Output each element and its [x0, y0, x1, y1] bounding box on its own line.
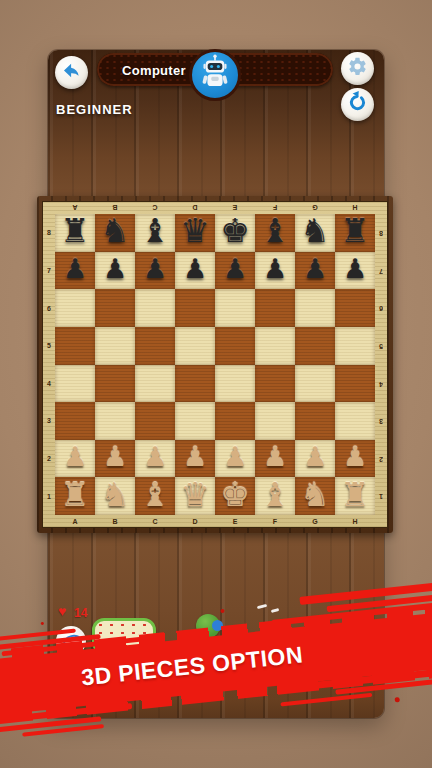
- square-c6[interactable]: [135, 289, 175, 327]
- square-d4[interactable]: [175, 365, 215, 403]
- robot-icon: [198, 54, 232, 96]
- opponent-name-label: Computer: [119, 62, 189, 77]
- file-label-g: G: [295, 515, 335, 527]
- piece-white-knight[interactable]: ♞: [300, 478, 330, 511]
- file-label-c: C: [135, 515, 175, 527]
- square-f4[interactable]: [255, 365, 295, 403]
- square-a4[interactable]: [55, 365, 95, 403]
- piece-black-king[interactable]: ♚: [220, 214, 250, 247]
- refresh-icon: [347, 92, 368, 117]
- square-f2[interactable]: ♟: [255, 440, 295, 478]
- board-corner: [43, 515, 55, 527]
- square-d3[interactable]: [175, 402, 215, 440]
- piece-white-queen[interactable]: ♛: [180, 478, 210, 511]
- square-f3[interactable]: [255, 402, 295, 440]
- square-g6[interactable]: [295, 289, 335, 327]
- square-b8[interactable]: ♞: [95, 214, 135, 252]
- rank-label-1: 1: [43, 477, 55, 515]
- square-h2[interactable]: ♟: [335, 440, 375, 478]
- square-f7[interactable]: ♟: [255, 252, 295, 290]
- piece-black-pawn[interactable]: ♟: [103, 255, 127, 282]
- piece-black-pawn[interactable]: ♟: [223, 255, 247, 282]
- square-e4[interactable]: [215, 365, 255, 403]
- square-c8[interactable]: ♝: [135, 214, 175, 252]
- square-h7[interactable]: ♟: [335, 252, 375, 290]
- back-button[interactable]: [55, 56, 88, 89]
- difficulty-label: BEGINNER: [56, 102, 133, 117]
- file-label-e: E: [215, 515, 255, 527]
- square-g4[interactable]: [295, 365, 335, 403]
- square-c4[interactable]: [135, 365, 175, 403]
- rank-label-6: 6: [375, 289, 387, 327]
- banner-band: 3D PIECES OPTION: [0, 611, 432, 717]
- square-d7[interactable]: ♟: [175, 252, 215, 290]
- piece-white-bishop[interactable]: ♝: [140, 478, 170, 511]
- rank-label-7: 7: [43, 252, 55, 290]
- board-corner: [375, 515, 387, 527]
- square-b7[interactable]: ♟: [95, 252, 135, 290]
- rank-label-4: 4: [43, 365, 55, 403]
- square-b3[interactable]: [95, 402, 135, 440]
- square-d6[interactable]: [175, 289, 215, 327]
- rank-label-2: 2: [43, 440, 55, 478]
- gear-icon: [347, 56, 368, 81]
- square-f1[interactable]: ♝: [255, 477, 295, 515]
- square-d5[interactable]: [175, 327, 215, 365]
- square-g3[interactable]: [295, 402, 335, 440]
- piece-white-pawn[interactable]: ♟: [183, 443, 207, 470]
- rank-label-3: 3: [43, 402, 55, 440]
- square-d8[interactable]: ♛: [175, 214, 215, 252]
- file-label-b: B: [95, 515, 135, 527]
- square-h4[interactable]: [335, 365, 375, 403]
- piece-black-pawn[interactable]: ♟: [303, 255, 327, 282]
- square-e6[interactable]: [215, 289, 255, 327]
- piece-black-queen[interactable]: ♛: [180, 214, 210, 247]
- piece-white-king[interactable]: ♚: [220, 478, 250, 511]
- piece-black-rook[interactable]: ♜: [340, 214, 370, 247]
- square-h3[interactable]: [335, 402, 375, 440]
- rank-label-2: 2: [375, 440, 387, 478]
- restart-button[interactable]: [341, 88, 374, 121]
- square-f5[interactable]: [255, 327, 295, 365]
- square-c2[interactable]: ♟: [135, 440, 175, 478]
- square-c7[interactable]: ♟: [135, 252, 175, 290]
- square-g1[interactable]: ♞: [295, 477, 335, 515]
- square-f8[interactable]: ♝: [255, 214, 295, 252]
- square-c1[interactable]: ♝: [135, 477, 175, 515]
- chess-board: ABCDEFGH8♜♞♝♛♚♝♞♜87♟♟♟♟♟♟♟♟7665544332♟♟♟…: [37, 196, 393, 533]
- square-e1[interactable]: ♚: [215, 477, 255, 515]
- rank-label-8: 8: [375, 214, 387, 252]
- piece-black-knight[interactable]: ♞: [300, 214, 330, 247]
- piece-white-bishop[interactable]: ♝: [260, 478, 290, 511]
- piece-white-pawn[interactable]: ♟: [263, 443, 287, 470]
- square-b1[interactable]: ♞: [95, 477, 135, 515]
- square-g5[interactable]: [295, 327, 335, 365]
- square-g2[interactable]: ♟: [295, 440, 335, 478]
- piece-white-rook[interactable]: ♜: [340, 478, 370, 511]
- square-b5[interactable]: [95, 327, 135, 365]
- square-a8[interactable]: ♜: [55, 214, 95, 252]
- square-e3[interactable]: [215, 402, 255, 440]
- square-d1[interactable]: ♛: [175, 477, 215, 515]
- board-corner: [43, 202, 55, 214]
- square-a5[interactable]: [55, 327, 95, 365]
- board-corner: [375, 202, 387, 214]
- robot-avatar: [189, 49, 241, 101]
- file-label-d: D: [175, 515, 215, 527]
- rank-label-7: 7: [375, 252, 387, 290]
- file-label-f: F: [255, 515, 295, 527]
- piece-black-rook[interactable]: ♜: [60, 214, 90, 247]
- piece-black-pawn[interactable]: ♟: [63, 255, 87, 282]
- square-a7[interactable]: ♟: [55, 252, 95, 290]
- square-a1[interactable]: ♜: [55, 477, 95, 515]
- square-e5[interactable]: [215, 327, 255, 365]
- rank-label-5: 5: [43, 327, 55, 365]
- piece-black-pawn[interactable]: ♟: [143, 255, 167, 282]
- rank-label-4: 4: [375, 365, 387, 403]
- piece-black-pawn[interactable]: ♟: [263, 255, 287, 282]
- square-h6[interactable]: [335, 289, 375, 327]
- file-label-a: A: [55, 515, 95, 527]
- square-c5[interactable]: [135, 327, 175, 365]
- rank-label-1: 1: [375, 477, 387, 515]
- board-frame: ABCDEFGH8♜♞♝♛♚♝♞♜87♟♟♟♟♟♟♟♟7665544332♟♟♟…: [42, 201, 388, 528]
- piece-black-bishop[interactable]: ♝: [140, 214, 170, 247]
- square-a2[interactable]: ♟: [55, 440, 95, 478]
- settings-button[interactable]: [341, 52, 374, 85]
- rank-label-6: 6: [43, 289, 55, 327]
- square-b4[interactable]: [95, 365, 135, 403]
- square-e8[interactable]: ♚: [215, 214, 255, 252]
- piece-white-pawn[interactable]: ♟: [343, 443, 367, 470]
- piece-black-pawn[interactable]: ♟: [343, 255, 367, 282]
- square-h5[interactable]: [335, 327, 375, 365]
- rank-label-5: 5: [375, 327, 387, 365]
- square-h8[interactable]: ♜: [335, 214, 375, 252]
- square-a6[interactable]: [55, 289, 95, 327]
- file-label-h: H: [335, 515, 375, 527]
- piece-white-knight[interactable]: ♞: [100, 478, 130, 511]
- rank-label-8: 8: [43, 214, 55, 252]
- square-h1[interactable]: ♜: [335, 477, 375, 515]
- piece-white-pawn[interactable]: ♟: [223, 443, 247, 470]
- square-e2[interactable]: ♟: [215, 440, 255, 478]
- square-g7[interactable]: ♟: [295, 252, 335, 290]
- piece-white-pawn[interactable]: ♟: [303, 443, 327, 470]
- square-e7[interactable]: ♟: [215, 252, 255, 290]
- back-arrow-icon: [62, 61, 81, 84]
- square-b6[interactable]: [95, 289, 135, 327]
- piece-white-pawn[interactable]: ♟: [103, 443, 127, 470]
- screenshot-frame: Computer: [0, 0, 432, 768]
- piece-black-bishop[interactable]: ♝: [260, 214, 290, 247]
- piece-white-pawn[interactable]: ♟: [143, 443, 167, 470]
- piece-black-knight[interactable]: ♞: [100, 214, 130, 247]
- square-g8[interactable]: ♞: [295, 214, 335, 252]
- square-d2[interactable]: ♟: [175, 440, 215, 478]
- square-f6[interactable]: [255, 289, 295, 327]
- piece-white-pawn[interactable]: ♟: [63, 443, 87, 470]
- square-c3[interactable]: [135, 402, 175, 440]
- rank-label-3: 3: [375, 402, 387, 440]
- board-grid: ABCDEFGH8♜♞♝♛♚♝♞♜87♟♟♟♟♟♟♟♟7665544332♟♟♟…: [43, 202, 387, 527]
- piece-black-pawn[interactable]: ♟: [183, 255, 207, 282]
- banner-text: 3D PIECES OPTION: [80, 641, 304, 691]
- square-a3[interactable]: [55, 402, 95, 440]
- piece-white-rook[interactable]: ♜: [60, 478, 90, 511]
- square-b2[interactable]: ♟: [95, 440, 135, 478]
